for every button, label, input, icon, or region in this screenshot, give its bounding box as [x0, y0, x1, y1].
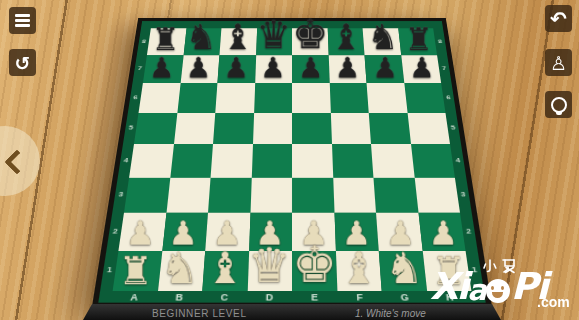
logo-prefix: Xi	[430, 268, 467, 305]
piece-black-knight[interactable]: ♞	[367, 19, 398, 54]
square-f4[interactable]	[332, 144, 374, 177]
rank-label-6-right: 6	[443, 94, 455, 102]
piece-black-pawn[interactable]: ♟	[372, 54, 397, 82]
piece-black-pawn[interactable]: ♟	[223, 54, 248, 82]
square-h7[interactable]: ♟	[401, 55, 441, 83]
piece-black-knight[interactable]: ♞	[186, 19, 217, 54]
square-b6[interactable]	[177, 83, 218, 113]
square-f6[interactable]	[329, 83, 368, 113]
file-label-b: B	[156, 292, 202, 303]
undo-arrow-icon: ↶	[550, 7, 567, 31]
square-h3[interactable]	[414, 177, 460, 212]
piece-black-pawn[interactable]: ♟	[261, 54, 286, 82]
file-label-e: E	[292, 292, 337, 303]
piece-white-king[interactable]: ♚	[292, 240, 337, 290]
piece-black-pawn[interactable]: ♟	[298, 54, 323, 82]
board-grid: ♜♞♝♛♚♝♞♜♟♟♟♟♟♟♟♟♟♟♟♟♟♟♟♟♜♞♝♛♚♝♞♜	[113, 28, 472, 291]
square-e1[interactable]: ♚	[292, 251, 337, 291]
square-f7[interactable]: ♟	[328, 55, 366, 83]
square-g1[interactable]: ♞	[379, 251, 427, 291]
rank-label-3-left: 3	[114, 190, 127, 199]
chevron-left-icon	[4, 149, 29, 174]
square-g3[interactable]	[373, 177, 418, 212]
piece-black-rook[interactable]: ♜	[151, 23, 179, 54]
square-f3[interactable]	[333, 177, 376, 212]
square-b4[interactable]	[170, 144, 213, 177]
flip-board-button[interactable]: ↺	[9, 49, 36, 76]
square-d5[interactable]	[253, 113, 293, 144]
piece-black-king[interactable]: ♚	[292, 14, 328, 54]
file-label-c: C	[201, 292, 247, 303]
square-d6[interactable]	[254, 83, 292, 113]
logo-mid: a	[467, 275, 485, 305]
piece-black-bishop[interactable]: ♝	[331, 19, 362, 54]
square-h6[interactable]	[404, 83, 446, 113]
square-b7[interactable]: ♟	[180, 55, 219, 83]
file-label-g: G	[382, 292, 428, 303]
square-c1[interactable]: ♝	[202, 251, 248, 291]
piece-white-knight[interactable]: ♞	[385, 247, 424, 290]
pawn-outline-icon: ♙	[550, 52, 567, 74]
square-d3[interactable]	[250, 177, 292, 212]
hint-button[interactable]	[545, 91, 572, 118]
rank-label-4-right: 4	[452, 156, 464, 164]
menu-button[interactable]	[9, 7, 36, 34]
piece-black-pawn[interactable]: ♟	[410, 54, 435, 82]
undo-move-button[interactable]: ↶	[545, 5, 572, 32]
piece-black-queen[interactable]: ♛	[257, 16, 292, 55]
square-a3[interactable]	[124, 177, 170, 212]
square-a6[interactable]	[139, 83, 181, 113]
piece-black-bishop[interactable]: ♝	[222, 19, 253, 54]
square-b1[interactable]: ♞	[157, 251, 205, 291]
piece-white-pawn[interactable]: ♟	[126, 217, 156, 250]
rank-label-8-right: 8	[435, 38, 446, 45]
rank-label-2-right: 2	[462, 227, 475, 237]
square-e7[interactable]: ♟	[292, 55, 329, 83]
move-status-label: 1. White's move	[355, 308, 426, 319]
square-f5[interactable]	[330, 113, 371, 144]
logo-domain: .com	[537, 294, 570, 310]
hamburger-icon	[15, 19, 30, 22]
lightbulb-icon	[551, 97, 567, 113]
square-h5[interactable]	[407, 113, 450, 144]
square-c3[interactable]	[208, 177, 251, 212]
square-e5[interactable]	[292, 113, 332, 144]
piece-white-bishop[interactable]: ♝	[340, 247, 379, 290]
square-a5[interactable]	[134, 113, 177, 144]
square-e4[interactable]	[292, 144, 333, 177]
square-c6[interactable]	[215, 83, 254, 113]
square-c4[interactable]	[211, 144, 253, 177]
square-b3[interactable]	[166, 177, 211, 212]
square-b5[interactable]	[174, 113, 216, 144]
square-c7[interactable]: ♟	[217, 55, 255, 83]
square-f1[interactable]: ♝	[335, 251, 381, 291]
piece-white-bishop[interactable]: ♝	[205, 247, 244, 290]
square-c5[interactable]	[213, 113, 254, 144]
level-label: BEGINNER LEVEL	[152, 308, 247, 319]
square-d4[interactable]	[251, 144, 292, 177]
rotate-ccw-icon: ↺	[15, 52, 31, 74]
opponent-mode-button[interactable]: ♙	[545, 49, 572, 76]
square-e3[interactable]	[292, 177, 334, 212]
rank-label-3-right: 3	[457, 190, 470, 199]
square-a1[interactable]: ♜	[113, 251, 162, 291]
piece-black-pawn[interactable]: ♟	[186, 54, 211, 82]
rank-label-7-right: 7	[439, 65, 450, 72]
file-label-d: D	[247, 292, 292, 303]
square-g5[interactable]	[369, 113, 411, 144]
piece-white-queen[interactable]: ♛	[248, 242, 291, 290]
square-a2[interactable]: ♟	[118, 213, 166, 251]
square-h4[interactable]	[411, 144, 455, 177]
square-a4[interactable]	[129, 144, 173, 177]
smiley-face-icon	[486, 279, 510, 303]
square-g4[interactable]	[371, 144, 414, 177]
rank-label-1-left: 1	[103, 265, 117, 275]
xiaopi-logo: Xi a Pi	[430, 268, 547, 305]
square-d1[interactable]: ♛	[247, 251, 292, 291]
square-g7[interactable]: ♟	[365, 55, 404, 83]
piece-black-pawn[interactable]: ♟	[335, 54, 360, 82]
piece-white-knight[interactable]: ♞	[161, 247, 200, 290]
square-g6[interactable]	[367, 83, 408, 113]
rank-label-5-left: 5	[125, 124, 137, 132]
square-a7[interactable]: ♟	[143, 55, 183, 83]
piece-black-rook[interactable]: ♜	[405, 23, 433, 54]
piece-white-rook[interactable]: ♜	[118, 251, 153, 290]
rank-label-5-right: 5	[447, 124, 459, 132]
rank-label-4-left: 4	[120, 156, 132, 164]
rank-label-8-left: 8	[138, 38, 149, 45]
rank-label-7-left: 7	[134, 65, 145, 72]
file-label-f: F	[337, 292, 383, 303]
file-label-a: A	[111, 292, 157, 303]
piece-black-pawn[interactable]: ♟	[149, 54, 174, 82]
xiaopi-watermark: Xi a Pi .com	[427, 238, 579, 320]
square-e6[interactable]	[292, 83, 330, 113]
square-d7[interactable]: ♟	[255, 55, 292, 83]
